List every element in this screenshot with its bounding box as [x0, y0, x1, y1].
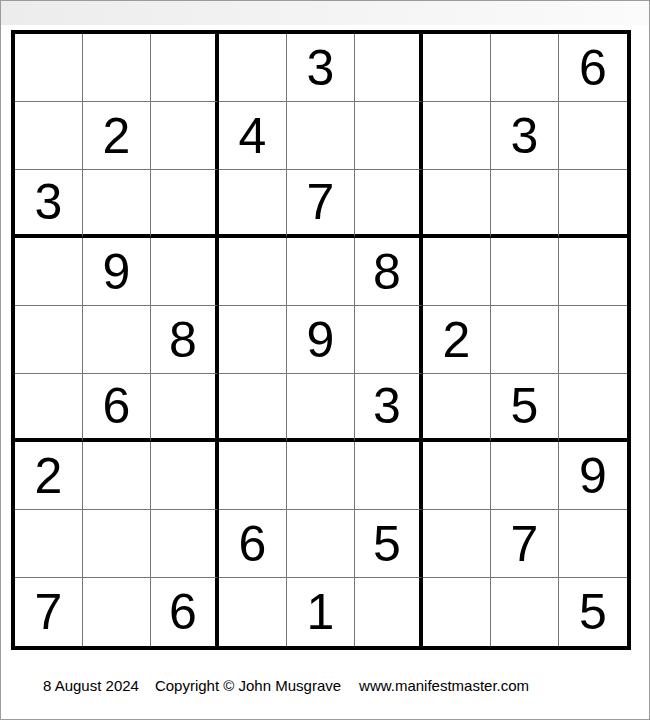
page: 362433798892635296577615 8 August 2024Co…: [0, 0, 650, 720]
cell-r3c2-empty[interactable]: [83, 170, 151, 238]
cell-r3c7-empty[interactable]: [423, 170, 491, 238]
cell-r5c8-empty[interactable]: [491, 306, 559, 374]
cell-r1c1-empty[interactable]: [15, 34, 83, 102]
cell-r3c5-given: 7: [287, 170, 355, 238]
cell-r8c1-empty[interactable]: [15, 510, 83, 578]
cell-r4c9-empty[interactable]: [559, 238, 627, 306]
cell-r2c6-empty[interactable]: [355, 102, 423, 170]
cell-r6c5-empty[interactable]: [287, 374, 355, 442]
cell-r1c7-empty[interactable]: [423, 34, 491, 102]
cell-r4c7-empty[interactable]: [423, 238, 491, 306]
cell-r3c1-given: 3: [15, 170, 83, 238]
cell-r7c7-empty[interactable]: [423, 442, 491, 510]
cell-r9c6-empty[interactable]: [355, 578, 423, 646]
cell-r9c2-empty[interactable]: [83, 578, 151, 646]
cell-r9c8-empty[interactable]: [491, 578, 559, 646]
cell-r7c9-given: 9: [559, 442, 627, 510]
cell-r9c4-empty[interactable]: [219, 578, 287, 646]
cell-r6c7-empty[interactable]: [423, 374, 491, 442]
footer-date: 8 August 2024: [43, 677, 139, 694]
cell-r6c3-empty[interactable]: [151, 374, 219, 442]
cell-r5c3-given: 8: [151, 306, 219, 374]
cell-r1c2-empty[interactable]: [83, 34, 151, 102]
cell-r8c7-empty[interactable]: [423, 510, 491, 578]
cell-r9c7-empty[interactable]: [423, 578, 491, 646]
cell-r3c3-empty[interactable]: [151, 170, 219, 238]
cell-r7c3-empty[interactable]: [151, 442, 219, 510]
cell-r7c2-empty[interactable]: [83, 442, 151, 510]
cell-r5c9-empty[interactable]: [559, 306, 627, 374]
cell-r9c1-given: 7: [15, 578, 83, 646]
cell-r5c1-empty[interactable]: [15, 306, 83, 374]
cell-r3c4-empty[interactable]: [219, 170, 287, 238]
cell-r7c8-empty[interactable]: [491, 442, 559, 510]
footer-website-url[interactable]: www.manifestmaster.com: [359, 677, 529, 694]
cell-r4c1-empty[interactable]: [15, 238, 83, 306]
cell-r5c4-empty[interactable]: [219, 306, 287, 374]
cell-r3c9-empty[interactable]: [559, 170, 627, 238]
cell-r2c9-empty[interactable]: [559, 102, 627, 170]
cell-r6c6-given: 3: [355, 374, 423, 442]
cell-r2c7-empty[interactable]: [423, 102, 491, 170]
cell-r1c6-empty[interactable]: [355, 34, 423, 102]
cell-r2c8-given: 3: [491, 102, 559, 170]
cell-r8c5-empty[interactable]: [287, 510, 355, 578]
cell-r2c1-empty[interactable]: [15, 102, 83, 170]
cell-r6c1-empty[interactable]: [15, 374, 83, 442]
cell-r5c2-empty[interactable]: [83, 306, 151, 374]
cell-r4c3-empty[interactable]: [151, 238, 219, 306]
cell-r6c2-given: 6: [83, 374, 151, 442]
cell-r1c5-given: 3: [287, 34, 355, 102]
sudoku-board: 362433798892635296577615: [11, 30, 631, 650]
footer: 8 August 2024Copyright © John Musgraveww…: [43, 677, 529, 694]
cell-r9c5-given: 1: [287, 578, 355, 646]
cell-r5c6-empty[interactable]: [355, 306, 423, 374]
cell-r9c9-given: 5: [559, 578, 627, 646]
cell-r8c6-given: 5: [355, 510, 423, 578]
cell-r7c4-empty[interactable]: [219, 442, 287, 510]
cell-r6c8-given: 5: [491, 374, 559, 442]
cell-r8c2-empty[interactable]: [83, 510, 151, 578]
cell-r2c3-empty[interactable]: [151, 102, 219, 170]
cell-r4c4-empty[interactable]: [219, 238, 287, 306]
cell-r7c5-empty[interactable]: [287, 442, 355, 510]
cell-r7c1-given: 2: [15, 442, 83, 510]
cell-r4c6-given: 8: [355, 238, 423, 306]
cell-r2c5-empty[interactable]: [287, 102, 355, 170]
cell-r2c4-given: 4: [219, 102, 287, 170]
cell-r2c2-given: 2: [83, 102, 151, 170]
cell-r6c4-empty[interactable]: [219, 374, 287, 442]
cell-r5c5-given: 9: [287, 306, 355, 374]
cell-r3c6-empty[interactable]: [355, 170, 423, 238]
cell-r8c8-given: 7: [491, 510, 559, 578]
header-strip: [1, 1, 649, 25]
cell-r8c4-given: 6: [219, 510, 287, 578]
cell-r1c9-given: 6: [559, 34, 627, 102]
cell-r5c7-given: 2: [423, 306, 491, 374]
cell-r4c2-given: 9: [83, 238, 151, 306]
cell-r3c8-empty[interactable]: [491, 170, 559, 238]
cell-r4c5-empty[interactable]: [287, 238, 355, 306]
cell-r4c8-empty[interactable]: [491, 238, 559, 306]
cell-r8c9-empty[interactable]: [559, 510, 627, 578]
cell-r9c3-given: 6: [151, 578, 219, 646]
cell-r7c6-empty[interactable]: [355, 442, 423, 510]
cell-r8c3-empty[interactable]: [151, 510, 219, 578]
footer-copyright: Copyright © John Musgrave: [155, 677, 341, 694]
cell-r1c3-empty[interactable]: [151, 34, 219, 102]
cell-r6c9-empty[interactable]: [559, 374, 627, 442]
cell-r1c8-empty[interactable]: [491, 34, 559, 102]
cell-r1c4-empty[interactable]: [219, 34, 287, 102]
